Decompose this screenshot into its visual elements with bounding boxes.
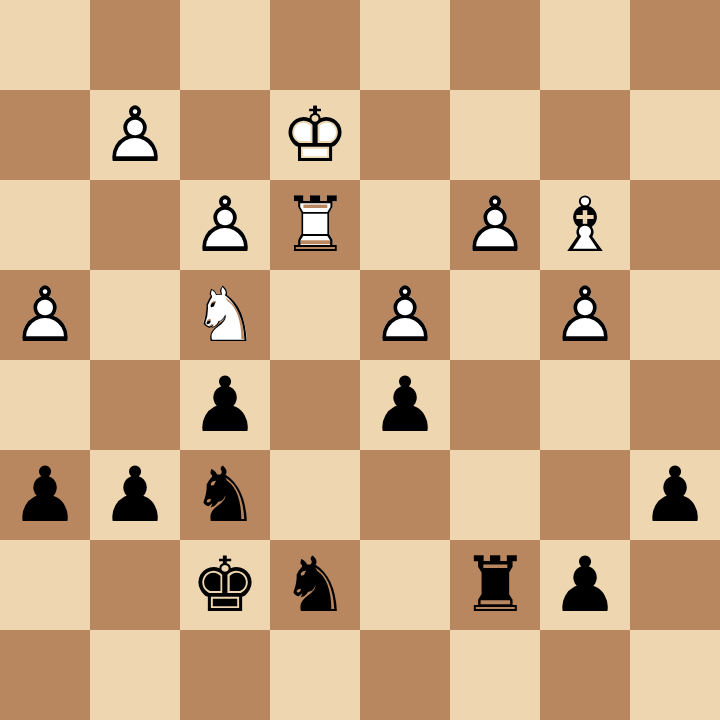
white-bishop[interactable]: ♝♗ xyxy=(540,180,630,270)
white-pawn-outline: ♙ xyxy=(360,270,450,360)
square-a1[interactable] xyxy=(0,630,90,720)
black-knight[interactable]: ♞ xyxy=(270,540,360,630)
square-c4[interactable]: ♟ xyxy=(180,360,270,450)
white-pawn[interactable]: ♟♙ xyxy=(540,270,630,360)
square-g8[interactable] xyxy=(540,0,630,90)
square-d1[interactable] xyxy=(270,630,360,720)
square-e5[interactable]: ♟♙ xyxy=(360,270,450,360)
black-knight-glyph: ♞ xyxy=(180,450,270,540)
square-d3[interactable] xyxy=(270,450,360,540)
square-f5[interactable] xyxy=(450,270,540,360)
black-pawn-glyph: ♟ xyxy=(0,450,90,540)
black-king-glyph: ♚ xyxy=(180,540,270,630)
square-a2[interactable] xyxy=(0,540,90,630)
square-d8[interactable] xyxy=(270,0,360,90)
square-d7[interactable]: ♚♔ xyxy=(270,90,360,180)
square-f1[interactable] xyxy=(450,630,540,720)
square-b8[interactable] xyxy=(90,0,180,90)
black-pawn[interactable]: ♟ xyxy=(360,360,450,450)
white-pawn-outline: ♙ xyxy=(90,90,180,180)
white-pawn[interactable]: ♟♙ xyxy=(0,270,90,360)
square-g2[interactable]: ♟ xyxy=(540,540,630,630)
white-pawn-outline: ♙ xyxy=(180,180,270,270)
square-d4[interactable] xyxy=(270,360,360,450)
black-pawn-glyph: ♟ xyxy=(630,450,720,540)
white-rook[interactable]: ♜♖ xyxy=(270,180,360,270)
square-g4[interactable] xyxy=(540,360,630,450)
square-h1[interactable] xyxy=(630,630,720,720)
white-pawn-outline: ♙ xyxy=(540,270,630,360)
square-c3[interactable]: ♞ xyxy=(180,450,270,540)
square-f2[interactable]: ♜ xyxy=(450,540,540,630)
square-f7[interactable] xyxy=(450,90,540,180)
square-a4[interactable] xyxy=(0,360,90,450)
square-g3[interactable] xyxy=(540,450,630,540)
square-e7[interactable] xyxy=(360,90,450,180)
square-b6[interactable] xyxy=(90,180,180,270)
black-king[interactable]: ♚ xyxy=(180,540,270,630)
square-h8[interactable] xyxy=(630,0,720,90)
black-pawn-glyph: ♟ xyxy=(90,450,180,540)
white-pawn[interactable]: ♟♙ xyxy=(360,270,450,360)
square-h3[interactable]: ♟ xyxy=(630,450,720,540)
square-c1[interactable] xyxy=(180,630,270,720)
square-b1[interactable] xyxy=(90,630,180,720)
white-knight[interactable]: ♞♘ xyxy=(180,270,270,360)
square-d2[interactable]: ♞ xyxy=(270,540,360,630)
square-e6[interactable] xyxy=(360,180,450,270)
black-pawn[interactable]: ♟ xyxy=(180,360,270,450)
square-a5[interactable]: ♟♙ xyxy=(0,270,90,360)
square-c8[interactable] xyxy=(180,0,270,90)
white-bishop-outline: ♗ xyxy=(540,180,630,270)
square-f3[interactable] xyxy=(450,450,540,540)
square-e4[interactable]: ♟ xyxy=(360,360,450,450)
square-e2[interactable] xyxy=(360,540,450,630)
black-rook-glyph: ♜ xyxy=(450,540,540,630)
square-b4[interactable] xyxy=(90,360,180,450)
square-g7[interactable] xyxy=(540,90,630,180)
square-h4[interactable] xyxy=(630,360,720,450)
square-c2[interactable]: ♚ xyxy=(180,540,270,630)
square-e1[interactable] xyxy=(360,630,450,720)
square-g5[interactable]: ♟♙ xyxy=(540,270,630,360)
chess-board: ♟♙♚♔♟♙♜♖♟♙♝♗♟♙♞♘♟♙♟♙♟♟♟♟♞♟♚♞♜♟ xyxy=(0,0,720,720)
square-b2[interactable] xyxy=(90,540,180,630)
square-h7[interactable] xyxy=(630,90,720,180)
square-a6[interactable] xyxy=(0,180,90,270)
square-e8[interactable] xyxy=(360,0,450,90)
white-pawn[interactable]: ♟♙ xyxy=(90,90,180,180)
black-pawn-glyph: ♟ xyxy=(540,540,630,630)
square-c6[interactable]: ♟♙ xyxy=(180,180,270,270)
white-pawn-outline: ♙ xyxy=(0,270,90,360)
white-knight-outline: ♘ xyxy=(180,270,270,360)
white-pawn[interactable]: ♟♙ xyxy=(180,180,270,270)
white-rook-outline: ♖ xyxy=(270,180,360,270)
chess-board-wrap: ♟♙♚♔♟♙♜♖♟♙♝♗♟♙♞♘♟♙♟♙♟♟♟♟♞♟♚♞♜♟ xyxy=(0,0,720,720)
square-b3[interactable]: ♟ xyxy=(90,450,180,540)
black-knight[interactable]: ♞ xyxy=(180,450,270,540)
square-e3[interactable] xyxy=(360,450,450,540)
black-pawn[interactable]: ♟ xyxy=(0,450,90,540)
white-king-outline: ♔ xyxy=(270,90,360,180)
square-h2[interactable] xyxy=(630,540,720,630)
white-pawn-outline: ♙ xyxy=(450,180,540,270)
black-pawn[interactable]: ♟ xyxy=(90,450,180,540)
square-d5[interactable] xyxy=(270,270,360,360)
black-rook[interactable]: ♜ xyxy=(450,540,540,630)
black-pawn-glyph: ♟ xyxy=(360,360,450,450)
square-g1[interactable] xyxy=(540,630,630,720)
black-pawn[interactable]: ♟ xyxy=(630,450,720,540)
square-a3[interactable]: ♟ xyxy=(0,450,90,540)
square-f4[interactable] xyxy=(450,360,540,450)
square-d6[interactable]: ♜♖ xyxy=(270,180,360,270)
square-c7[interactable] xyxy=(180,90,270,180)
black-pawn-glyph: ♟ xyxy=(180,360,270,450)
white-king[interactable]: ♚♔ xyxy=(270,90,360,180)
white-pawn[interactable]: ♟♙ xyxy=(450,180,540,270)
square-g6[interactable]: ♝♗ xyxy=(540,180,630,270)
square-h6[interactable] xyxy=(630,180,720,270)
square-f8[interactable] xyxy=(450,0,540,90)
square-f6[interactable]: ♟♙ xyxy=(450,180,540,270)
black-knight-glyph: ♞ xyxy=(270,540,360,630)
square-b5[interactable] xyxy=(90,270,180,360)
black-pawn[interactable]: ♟ xyxy=(540,540,630,630)
square-h5[interactable] xyxy=(630,270,720,360)
square-a7[interactable] xyxy=(0,90,90,180)
square-b7[interactable]: ♟♙ xyxy=(90,90,180,180)
square-a8[interactable] xyxy=(0,0,90,90)
square-c5[interactable]: ♞♘ xyxy=(180,270,270,360)
